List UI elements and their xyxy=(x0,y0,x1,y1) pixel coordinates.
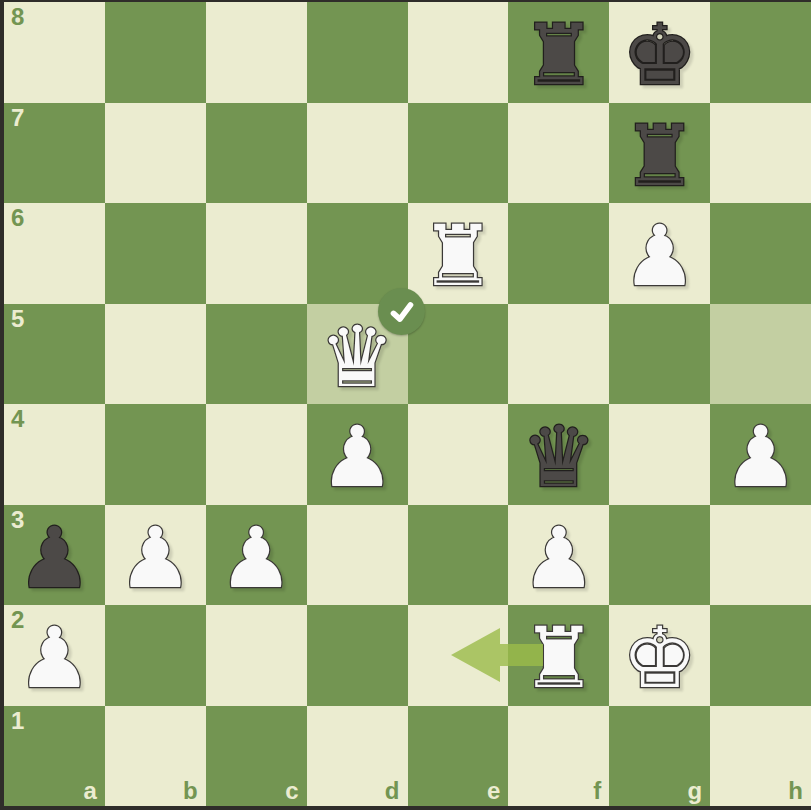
correct-move-badge-icon xyxy=(378,288,425,335)
square-a2[interactable]: 2♟ xyxy=(4,605,105,706)
square-d2[interactable] xyxy=(307,605,408,706)
file-label-a: a xyxy=(84,779,97,803)
square-f7[interactable] xyxy=(508,103,609,204)
square-g6[interactable]: ♟ xyxy=(609,203,710,304)
square-b8[interactable] xyxy=(105,2,206,103)
square-e1[interactable]: e xyxy=(408,706,509,807)
piece-black-rook-f8[interactable]: ♜ xyxy=(521,7,596,97)
checkmark-icon xyxy=(385,295,419,329)
square-a8[interactable]: 8 xyxy=(4,2,105,103)
square-h6[interactable] xyxy=(710,203,811,304)
square-a4[interactable]: 4 xyxy=(4,404,105,505)
square-h8[interactable] xyxy=(710,2,811,103)
file-label-e: e xyxy=(487,779,500,803)
square-g1[interactable]: g xyxy=(609,706,710,807)
rank-label-7: 7 xyxy=(11,106,24,130)
square-c2[interactable] xyxy=(206,605,307,706)
square-c5[interactable] xyxy=(206,304,307,405)
square-h4[interactable]: ♟ xyxy=(710,404,811,505)
square-e4[interactable] xyxy=(408,404,509,505)
square-d4[interactable]: ♟ xyxy=(307,404,408,505)
piece-black-king-g8[interactable]: ♚ xyxy=(622,7,697,97)
square-d1[interactable]: d xyxy=(307,706,408,807)
square-a7[interactable]: 7 xyxy=(4,103,105,204)
square-a5[interactable]: 5 xyxy=(4,304,105,405)
square-h7[interactable] xyxy=(710,103,811,204)
piece-white-king-g2[interactable]: ♚ xyxy=(622,610,697,700)
square-f4[interactable]: ♛ xyxy=(508,404,609,505)
square-g5[interactable] xyxy=(609,304,710,405)
square-c1[interactable]: c xyxy=(206,706,307,807)
square-f3[interactable]: ♟ xyxy=(508,505,609,606)
piece-black-queen-f4[interactable]: ♛ xyxy=(521,409,596,499)
square-e7[interactable] xyxy=(408,103,509,204)
piece-white-pawn-h4[interactable]: ♟ xyxy=(723,409,798,499)
piece-white-pawn-c3[interactable]: ♟ xyxy=(219,510,294,600)
square-c8[interactable] xyxy=(206,2,307,103)
square-b2[interactable] xyxy=(105,605,206,706)
square-h2[interactable] xyxy=(710,605,811,706)
square-c7[interactable] xyxy=(206,103,307,204)
square-h5[interactable] xyxy=(710,304,811,405)
square-f5[interactable] xyxy=(508,304,609,405)
piece-white-rook-e6[interactable]: ♜ xyxy=(420,208,495,298)
square-e8[interactable] xyxy=(408,2,509,103)
square-g2[interactable]: ♚ xyxy=(609,605,710,706)
square-a6[interactable]: 6 xyxy=(4,203,105,304)
square-b3[interactable]: ♟ xyxy=(105,505,206,606)
file-label-g: g xyxy=(687,779,702,803)
square-c6[interactable] xyxy=(206,203,307,304)
square-d7[interactable] xyxy=(307,103,408,204)
piece-black-rook-g7[interactable]: ♜ xyxy=(622,108,697,198)
square-h3[interactable] xyxy=(710,505,811,606)
rank-label-5: 5 xyxy=(11,307,24,331)
square-b6[interactable] xyxy=(105,203,206,304)
piece-black-pawn-a3[interactable]: ♟ xyxy=(17,510,92,600)
square-e3[interactable] xyxy=(408,505,509,606)
square-d6[interactable] xyxy=(307,203,408,304)
square-f6[interactable] xyxy=(508,203,609,304)
square-g3[interactable] xyxy=(609,505,710,606)
piece-white-pawn-b3[interactable]: ♟ xyxy=(118,510,193,600)
file-label-d: d xyxy=(385,779,400,803)
square-a3[interactable]: 3♟ xyxy=(4,505,105,606)
chess-board: 8♜♚7♜6♜♟5♛4♟♛♟3♟♟♟♟2♟♜♚1abcdefgh xyxy=(4,2,811,806)
rank-label-8: 8 xyxy=(11,5,24,29)
piece-white-pawn-g6[interactable]: ♟ xyxy=(622,208,697,298)
file-label-h: h xyxy=(788,779,803,803)
square-c3[interactable]: ♟ xyxy=(206,505,307,606)
piece-white-pawn-f3[interactable]: ♟ xyxy=(521,510,596,600)
rank-label-4: 4 xyxy=(11,407,24,431)
chess-app-stage: 8♜♚7♜6♜♟5♛4♟♛♟3♟♟♟♟2♟♜♚1abcdefgh xyxy=(0,0,811,810)
piece-white-pawn-d4[interactable]: ♟ xyxy=(319,409,394,499)
square-b4[interactable] xyxy=(105,404,206,505)
square-g7[interactable]: ♜ xyxy=(609,103,710,204)
square-g8[interactable]: ♚ xyxy=(609,2,710,103)
square-c4[interactable] xyxy=(206,404,307,505)
rank-label-6: 6 xyxy=(11,206,24,230)
move-hint-arrow-left xyxy=(448,625,546,685)
square-b7[interactable] xyxy=(105,103,206,204)
square-a1[interactable]: 1a xyxy=(4,706,105,807)
file-label-c: c xyxy=(285,779,298,803)
square-h1[interactable]: h xyxy=(710,706,811,807)
square-b1[interactable]: b xyxy=(105,706,206,807)
piece-white-pawn-a2[interactable]: ♟ xyxy=(17,610,92,700)
square-b5[interactable] xyxy=(105,304,206,405)
rank-label-1: 1 xyxy=(11,709,24,733)
square-f1[interactable]: f xyxy=(508,706,609,807)
square-e6[interactable]: ♜ xyxy=(408,203,509,304)
square-d3[interactable] xyxy=(307,505,408,606)
file-label-f: f xyxy=(593,779,601,803)
square-f8[interactable]: ♜ xyxy=(508,2,609,103)
file-label-b: b xyxy=(183,779,198,803)
square-g4[interactable] xyxy=(609,404,710,505)
square-d8[interactable] xyxy=(307,2,408,103)
